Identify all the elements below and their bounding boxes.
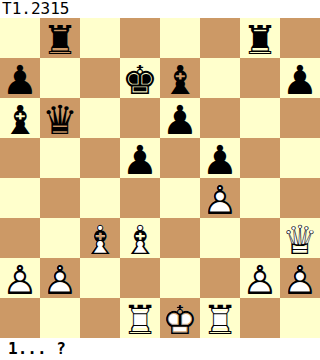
black-bishop-piece: ♝ <box>0 98 40 138</box>
square-f5[interactable]: ♟ <box>200 138 240 178</box>
black-pawn-piece: ♟ <box>120 138 160 178</box>
square-g2[interactable]: ♟♙ <box>240 258 280 298</box>
square-c2[interactable] <box>80 258 120 298</box>
black-pawn-piece: ♟ <box>0 58 40 98</box>
white-rook-piece: ♜♖ <box>120 298 160 338</box>
black-pawn-piece: ♟ <box>200 138 240 178</box>
black-pawn-piece: ♟ <box>280 58 320 98</box>
square-g1[interactable] <box>240 298 280 338</box>
piece-glyph: ♜ <box>242 20 278 60</box>
puzzle-title: T1.2315 <box>0 0 320 18</box>
square-h3[interactable]: ♛♕ <box>280 218 320 258</box>
piece-outline-glyph: ♙ <box>242 260 278 300</box>
piece-outline-glyph: ♙ <box>42 260 78 300</box>
square-f3[interactable] <box>200 218 240 258</box>
square-b1[interactable] <box>40 298 80 338</box>
piece-glyph: ♝ <box>2 100 38 140</box>
square-b5[interactable] <box>40 138 80 178</box>
square-c1[interactable] <box>80 298 120 338</box>
square-g8[interactable]: ♜ <box>240 18 280 58</box>
square-g7[interactable] <box>240 58 280 98</box>
square-e8[interactable] <box>160 18 200 58</box>
square-g5[interactable] <box>240 138 280 178</box>
square-a3[interactable] <box>0 218 40 258</box>
square-c6[interactable] <box>80 98 120 138</box>
square-e1[interactable]: ♚♔ <box>160 298 200 338</box>
white-bishop-piece: ♝♗ <box>80 218 120 258</box>
square-e5[interactable] <box>160 138 200 178</box>
square-a4[interactable] <box>0 178 40 218</box>
white-bishop-piece: ♝♗ <box>120 218 160 258</box>
square-d2[interactable] <box>120 258 160 298</box>
square-b8[interactable]: ♜ <box>40 18 80 58</box>
piece-glyph: ♝ <box>162 60 198 100</box>
white-pawn-piece: ♟♙ <box>40 258 80 298</box>
piece-glyph: ♟ <box>282 60 318 100</box>
square-g3[interactable] <box>240 218 280 258</box>
piece-glyph: ♜ <box>42 20 78 60</box>
square-b4[interactable] <box>40 178 80 218</box>
square-a5[interactable] <box>0 138 40 178</box>
square-e6[interactable]: ♟ <box>160 98 200 138</box>
square-d1[interactable]: ♜♖ <box>120 298 160 338</box>
square-b7[interactable] <box>40 58 80 98</box>
black-rook-piece: ♜ <box>40 18 80 58</box>
white-rook-piece: ♜♖ <box>200 298 240 338</box>
chess-board: ♜♜♟♚♝♟♝♛♟♟♟♟♙♝♗♝♗♛♕♟♙♟♙♟♙♟♙♜♖♚♔♜♖ <box>0 18 320 338</box>
square-b3[interactable] <box>40 218 80 258</box>
square-f2[interactable] <box>200 258 240 298</box>
piece-glyph: ♚ <box>122 60 158 100</box>
square-f8[interactable] <box>200 18 240 58</box>
piece-outline-glyph: ♙ <box>202 180 238 220</box>
black-rook-piece: ♜ <box>240 18 280 58</box>
square-e4[interactable] <box>160 178 200 218</box>
square-c5[interactable] <box>80 138 120 178</box>
piece-glyph: ♟ <box>122 140 158 180</box>
piece-glyph: ♟ <box>202 140 238 180</box>
square-f7[interactable] <box>200 58 240 98</box>
square-g4[interactable] <box>240 178 280 218</box>
square-c8[interactable] <box>80 18 120 58</box>
square-a1[interactable] <box>0 298 40 338</box>
white-pawn-piece: ♟♙ <box>280 258 320 298</box>
square-f4[interactable]: ♟♙ <box>200 178 240 218</box>
square-h1[interactable] <box>280 298 320 338</box>
square-e2[interactable] <box>160 258 200 298</box>
square-g6[interactable] <box>240 98 280 138</box>
square-d5[interactable]: ♟ <box>120 138 160 178</box>
piece-glyph: ♛ <box>42 100 78 140</box>
square-c7[interactable] <box>80 58 120 98</box>
square-h6[interactable] <box>280 98 320 138</box>
black-king-piece: ♚ <box>120 58 160 98</box>
square-d7[interactable]: ♚ <box>120 58 160 98</box>
piece-outline-glyph: ♖ <box>202 300 238 340</box>
square-a2[interactable]: ♟♙ <box>0 258 40 298</box>
square-a6[interactable]: ♝ <box>0 98 40 138</box>
square-h4[interactable] <box>280 178 320 218</box>
white-queen-piece: ♛♕ <box>280 218 320 258</box>
square-b2[interactable]: ♟♙ <box>40 258 80 298</box>
white-king-piece: ♚♔ <box>160 298 200 338</box>
square-f1[interactable]: ♜♖ <box>200 298 240 338</box>
square-d4[interactable] <box>120 178 160 218</box>
piece-outline-glyph: ♙ <box>282 260 318 300</box>
square-c4[interactable] <box>80 178 120 218</box>
square-a8[interactable] <box>0 18 40 58</box>
piece-outline-glyph: ♗ <box>122 220 158 260</box>
black-queen-piece: ♛ <box>40 98 80 138</box>
square-b6[interactable]: ♛ <box>40 98 80 138</box>
square-c3[interactable]: ♝♗ <box>80 218 120 258</box>
square-f6[interactable] <box>200 98 240 138</box>
square-d6[interactable] <box>120 98 160 138</box>
piece-outline-glyph: ♙ <box>2 260 38 300</box>
square-h8[interactable] <box>280 18 320 58</box>
piece-glyph: ♟ <box>2 60 38 100</box>
black-pawn-piece: ♟ <box>160 98 200 138</box>
piece-outline-glyph: ♔ <box>162 300 198 340</box>
square-h7[interactable]: ♟ <box>280 58 320 98</box>
white-pawn-piece: ♟♙ <box>200 178 240 218</box>
square-e7[interactable]: ♝ <box>160 58 200 98</box>
square-h5[interactable] <box>280 138 320 178</box>
piece-outline-glyph: ♗ <box>82 220 118 260</box>
piece-outline-glyph: ♖ <box>122 300 158 340</box>
piece-glyph: ♟ <box>162 100 198 140</box>
piece-outline-glyph: ♕ <box>282 220 318 260</box>
black-bishop-piece: ♝ <box>160 58 200 98</box>
white-pawn-piece: ♟♙ <box>0 258 40 298</box>
square-h2[interactable]: ♟♙ <box>280 258 320 298</box>
square-d8[interactable] <box>120 18 160 58</box>
square-d3[interactable]: ♝♗ <box>120 218 160 258</box>
square-e3[interactable] <box>160 218 200 258</box>
chess-app-window: T1.2315 ♜♜♟♚♝♟♝♛♟♟♟♟♙♝♗♝♗♛♕♟♙♟♙♟♙♟♙♜♖♚♔♜… <box>0 0 320 360</box>
white-pawn-piece: ♟♙ <box>240 258 280 298</box>
move-prompt: 1... ? <box>0 338 320 360</box>
square-a7[interactable]: ♟ <box>0 58 40 98</box>
